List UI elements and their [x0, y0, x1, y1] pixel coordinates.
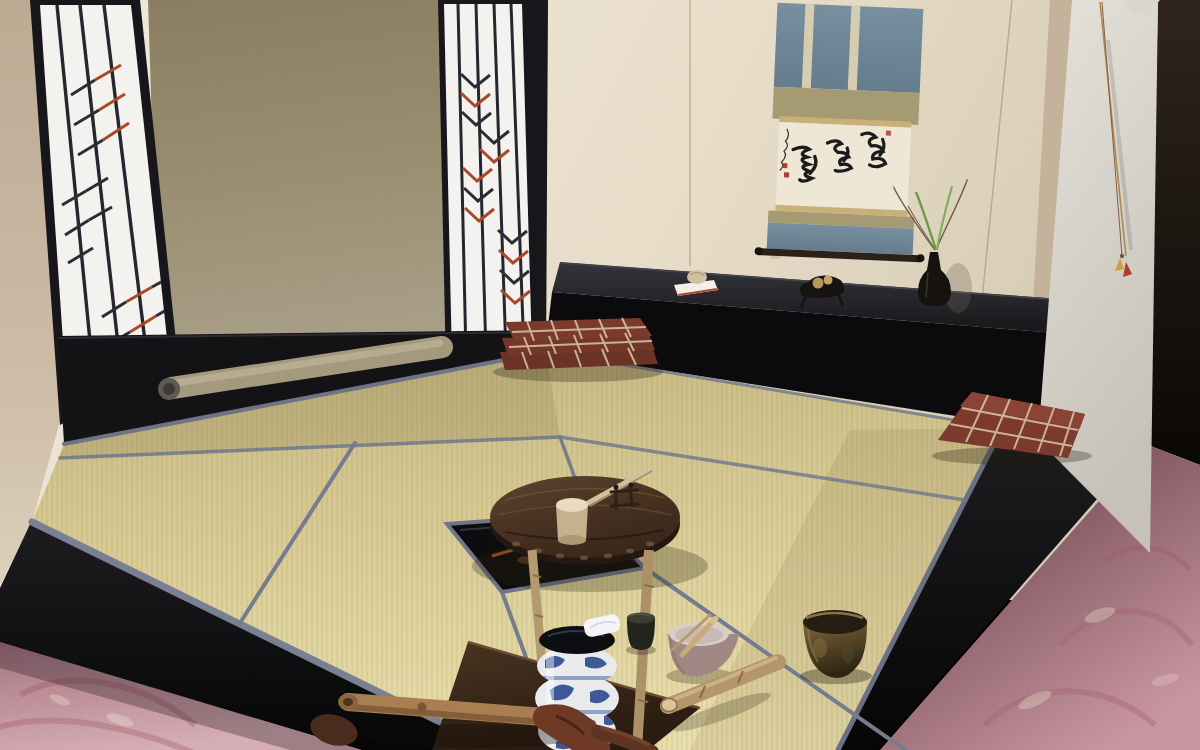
scroll-seal [782, 163, 787, 168]
art-glass-window-center [438, 0, 548, 370]
cushion-stack-left [493, 318, 663, 382]
calligraphy-scroll [754, 2, 935, 265]
rolled-screen-panel [148, 0, 450, 382]
bronze-bowl [800, 610, 872, 684]
small-dark-cup [626, 613, 656, 656]
scroll-seal [886, 131, 891, 136]
scroll-paper [776, 122, 912, 213]
scroll-seal [784, 172, 789, 177]
tea-room-photo: 福禄寿 [0, 0, 1200, 750]
scene-canvas [0, 0, 1200, 750]
